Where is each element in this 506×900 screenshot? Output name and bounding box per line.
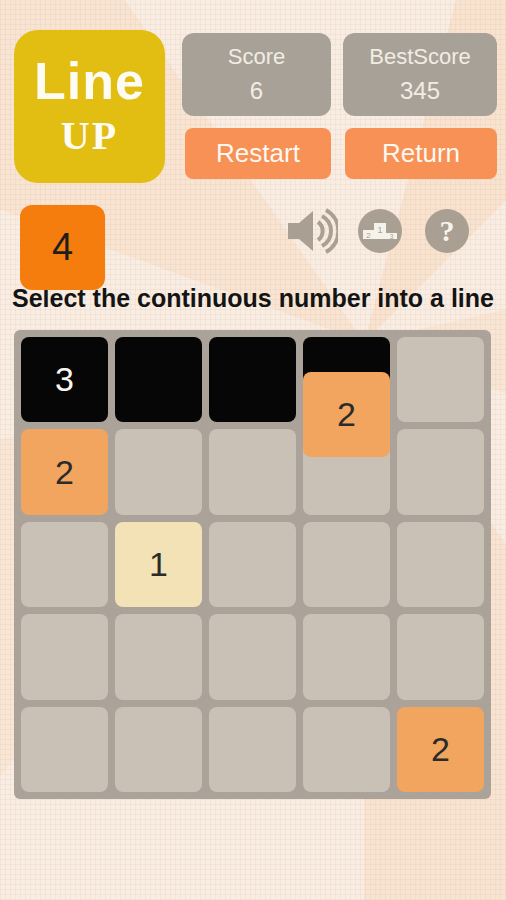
sound-icon[interactable] [286, 207, 338, 255]
cell-r5c4[interactable] [303, 707, 390, 792]
cell-r3c5[interactable] [397, 522, 484, 607]
cell-r5c5-orange-tile[interactable]: 2 [397, 707, 484, 792]
logo-text-line: Line [34, 54, 145, 109]
best-score-value: 345 [400, 77, 440, 105]
cell-r4c5[interactable] [397, 614, 484, 699]
leaderboard-icon[interactable]: 1 2 3 [358, 209, 402, 253]
cell-r4c3[interactable] [209, 614, 296, 699]
best-score-label: BestScore [369, 44, 471, 70]
cell-r2c5[interactable] [397, 429, 484, 514]
podium-number-1: 1 [377, 225, 382, 235]
podium-number-3: 3 [390, 233, 394, 240]
cell-r4c4[interactable] [303, 614, 390, 699]
cell-r1c3-black-tile[interactable] [209, 337, 296, 422]
podium-number-2: 2 [366, 231, 371, 240]
cell-r5c3[interactable] [209, 707, 296, 792]
cell-r4c2[interactable] [115, 614, 202, 699]
cell-r4c1[interactable] [21, 614, 108, 699]
cell-r1c1-black-tile[interactable]: 3 [21, 337, 108, 422]
cell-r3c2-cream-tile[interactable]: 1 [115, 522, 202, 607]
return-button[interactable]: Return [345, 128, 497, 179]
score-box: Score 6 [182, 33, 331, 116]
cell-r5c2[interactable] [115, 707, 202, 792]
score-value: 6 [250, 77, 263, 105]
cell-r3c1[interactable] [21, 522, 108, 607]
cell-r1c2-black-tile[interactable] [115, 337, 202, 422]
score-label: Score [228, 44, 285, 70]
falling-tile[interactable]: 2 [303, 372, 390, 457]
restart-button[interactable]: Restart [185, 128, 331, 179]
cell-r3c4[interactable] [303, 522, 390, 607]
help-question-glyph: ? [440, 214, 455, 247]
cell-r1c5[interactable] [397, 337, 484, 422]
cell-r2c1-orange-tile[interactable]: 2 [21, 429, 108, 514]
cell-r5c1[interactable] [21, 707, 108, 792]
cell-r3c3[interactable] [209, 522, 296, 607]
next-tile-preview: 4 [20, 205, 105, 290]
help-icon[interactable]: ? [425, 209, 469, 253]
cell-r2c3[interactable] [209, 429, 296, 514]
app-logo: Line UP [14, 30, 165, 183]
cell-r2c2[interactable] [115, 429, 202, 514]
logo-text-up: UP [61, 112, 118, 159]
best-score-box: BestScore 345 [343, 33, 497, 116]
board: 2 3212 [14, 330, 491, 799]
